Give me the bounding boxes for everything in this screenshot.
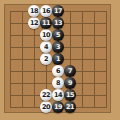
stones-layer: 12345678910111213141516171819202122 [4, 5, 112, 113]
stone-black-move-3: 3 [52, 41, 64, 53]
stone-black-move-17: 17 [52, 5, 64, 17]
stone-black-move-21: 21 [64, 101, 76, 113]
stone-white-move-10: 10 [40, 29, 52, 41]
stone-white-move-4: 4 [40, 41, 52, 53]
stone-white-move-22: 22 [40, 89, 52, 101]
stone-white-move-12: 12 [28, 17, 40, 29]
stone-black-move-5: 5 [52, 29, 64, 41]
stone-white-move-16: 16 [40, 5, 52, 17]
stone-black-move-11: 11 [40, 17, 52, 29]
stone-black-move-1: 1 [52, 53, 64, 65]
stone-white-move-20: 20 [40, 101, 52, 113]
stone-black-move-13: 13 [52, 17, 64, 29]
stone-black-move-9: 9 [64, 77, 76, 89]
stone-white-move-2: 2 [40, 53, 52, 65]
stone-white-move-18: 18 [28, 5, 40, 17]
stone-white-move-8: 8 [52, 77, 64, 89]
stone-black-move-7: 7 [64, 65, 76, 77]
stone-black-move-19: 19 [52, 101, 64, 113]
stone-black-move-15: 15 [64, 89, 76, 101]
go-app: 12345678910111213141516171819202122 [0, 0, 120, 120]
stone-white-move-6: 6 [52, 65, 64, 77]
go-board[interactable]: 12345678910111213141516171819202122 [0, 0, 120, 120]
stone-white-move-14: 14 [52, 89, 64, 101]
